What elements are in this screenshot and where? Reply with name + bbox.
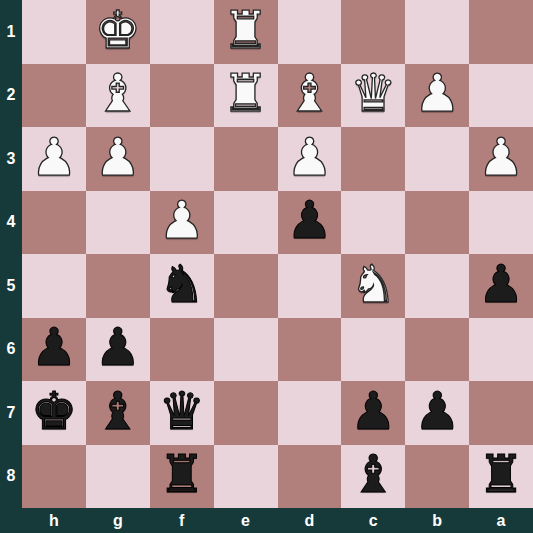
white-pawn[interactable]: ♟ [95, 131, 142, 183]
square-g2[interactable]: ♝ [86, 64, 150, 128]
square-d6[interactable] [278, 318, 342, 382]
square-f4[interactable]: ♟ [150, 191, 214, 255]
square-d4[interactable]: ♟ [278, 191, 342, 255]
square-e8[interactable] [214, 445, 278, 509]
square-e6[interactable] [214, 318, 278, 382]
square-g3[interactable]: ♟ [86, 127, 150, 191]
file-label-h: h [22, 508, 86, 533]
white-bishop[interactable]: ♝ [286, 67, 333, 119]
rank-label-3: 3 [0, 127, 22, 191]
square-h5[interactable] [22, 254, 86, 318]
square-h8[interactable] [22, 445, 86, 509]
rank-label-6: 6 [0, 318, 22, 382]
white-bishop[interactable]: ♝ [95, 67, 142, 119]
rank-label-5: 5 [0, 254, 22, 318]
square-e2[interactable]: ♜ [214, 64, 278, 128]
black-bishop[interactable]: ♝ [350, 448, 397, 500]
black-pawn[interactable]: ♟ [414, 385, 461, 437]
square-a5[interactable]: ♟ [469, 254, 533, 318]
chess-board: 1♚♜2♝♜♝♛♟3♟♟♟♟4♟♟5♞♞♟6♟♟7♚♝♛♟♟8♜♝♜hgfedc… [0, 0, 533, 533]
white-pawn[interactable]: ♟ [478, 131, 525, 183]
square-h3[interactable]: ♟ [22, 127, 86, 191]
file-label-d: d [278, 508, 342, 533]
square-b7[interactable]: ♟ [405, 381, 469, 445]
square-c3[interactable] [341, 127, 405, 191]
square-h1[interactable] [22, 0, 86, 64]
board-corner [0, 508, 22, 533]
square-f2[interactable] [150, 64, 214, 128]
square-h2[interactable] [22, 64, 86, 128]
square-a7[interactable] [469, 381, 533, 445]
white-pawn[interactable]: ♟ [158, 194, 205, 246]
square-b8[interactable] [405, 445, 469, 509]
square-a6[interactable] [469, 318, 533, 382]
square-c4[interactable] [341, 191, 405, 255]
file-label-c: c [341, 508, 405, 533]
square-c7[interactable]: ♟ [341, 381, 405, 445]
file-label-g: g [86, 508, 150, 533]
rank-label-1: 1 [0, 0, 22, 64]
square-a8[interactable]: ♜ [469, 445, 533, 509]
square-h6[interactable]: ♟ [22, 318, 86, 382]
square-d8[interactable] [278, 445, 342, 509]
rank-label-2: 2 [0, 64, 22, 128]
square-d5[interactable] [278, 254, 342, 318]
square-c6[interactable] [341, 318, 405, 382]
square-a1[interactable] [469, 0, 533, 64]
square-d3[interactable]: ♟ [278, 127, 342, 191]
black-bishop[interactable]: ♝ [95, 385, 142, 437]
black-king[interactable]: ♚ [31, 385, 78, 437]
square-c2[interactable]: ♛ [341, 64, 405, 128]
square-b5[interactable] [405, 254, 469, 318]
square-g1[interactable]: ♚ [86, 0, 150, 64]
square-f3[interactable] [150, 127, 214, 191]
black-rook[interactable]: ♜ [158, 448, 205, 500]
square-g5[interactable] [86, 254, 150, 318]
square-e1[interactable]: ♜ [214, 0, 278, 64]
square-a4[interactable] [469, 191, 533, 255]
square-d7[interactable] [278, 381, 342, 445]
black-knight[interactable]: ♞ [158, 258, 205, 310]
black-pawn[interactable]: ♟ [350, 385, 397, 437]
white-rook[interactable]: ♜ [222, 67, 269, 119]
file-label-a: a [469, 508, 533, 533]
square-e4[interactable] [214, 191, 278, 255]
rank-label-4: 4 [0, 191, 22, 255]
square-f7[interactable]: ♛ [150, 381, 214, 445]
square-g8[interactable] [86, 445, 150, 509]
square-b4[interactable] [405, 191, 469, 255]
square-e3[interactable] [214, 127, 278, 191]
square-g7[interactable]: ♝ [86, 381, 150, 445]
square-e5[interactable] [214, 254, 278, 318]
square-d2[interactable]: ♝ [278, 64, 342, 128]
black-rook[interactable]: ♜ [478, 448, 525, 500]
black-pawn[interactable]: ♟ [478, 258, 525, 310]
square-g4[interactable] [86, 191, 150, 255]
white-queen[interactable]: ♛ [350, 67, 397, 119]
square-h7[interactable]: ♚ [22, 381, 86, 445]
square-a2[interactable] [469, 64, 533, 128]
chess-board-widget: 1♚♜2♝♜♝♛♟3♟♟♟♟4♟♟5♞♞♟6♟♟7♚♝♛♟♟8♜♝♜hgfedc… [0, 0, 533, 533]
file-label-e: e [214, 508, 278, 533]
square-b6[interactable] [405, 318, 469, 382]
square-c5[interactable]: ♞ [341, 254, 405, 318]
square-b3[interactable] [405, 127, 469, 191]
white-knight[interactable]: ♞ [350, 258, 397, 310]
square-f1[interactable] [150, 0, 214, 64]
black-queen[interactable]: ♛ [158, 385, 205, 437]
square-d1[interactable] [278, 0, 342, 64]
square-c8[interactable]: ♝ [341, 445, 405, 509]
square-b2[interactable]: ♟ [405, 64, 469, 128]
white-king[interactable]: ♚ [95, 4, 142, 56]
black-pawn[interactable]: ♟ [286, 194, 333, 246]
white-pawn[interactable]: ♟ [286, 131, 333, 183]
square-h4[interactable] [22, 191, 86, 255]
rank-label-8: 8 [0, 445, 22, 509]
rank-label-7: 7 [0, 381, 22, 445]
square-f8[interactable]: ♜ [150, 445, 214, 509]
black-pawn[interactable]: ♟ [31, 321, 78, 373]
black-pawn[interactable]: ♟ [95, 321, 142, 373]
square-c1[interactable] [341, 0, 405, 64]
square-e7[interactable] [214, 381, 278, 445]
square-f5[interactable]: ♞ [150, 254, 214, 318]
white-pawn[interactable]: ♟ [414, 67, 461, 119]
white-pawn[interactable]: ♟ [31, 131, 78, 183]
file-label-b: b [405, 508, 469, 533]
file-label-f: f [150, 508, 214, 533]
square-a3[interactable]: ♟ [469, 127, 533, 191]
white-rook[interactable]: ♜ [222, 4, 269, 56]
square-b1[interactable] [405, 0, 469, 64]
square-g6[interactable]: ♟ [86, 318, 150, 382]
square-f6[interactable] [150, 318, 214, 382]
